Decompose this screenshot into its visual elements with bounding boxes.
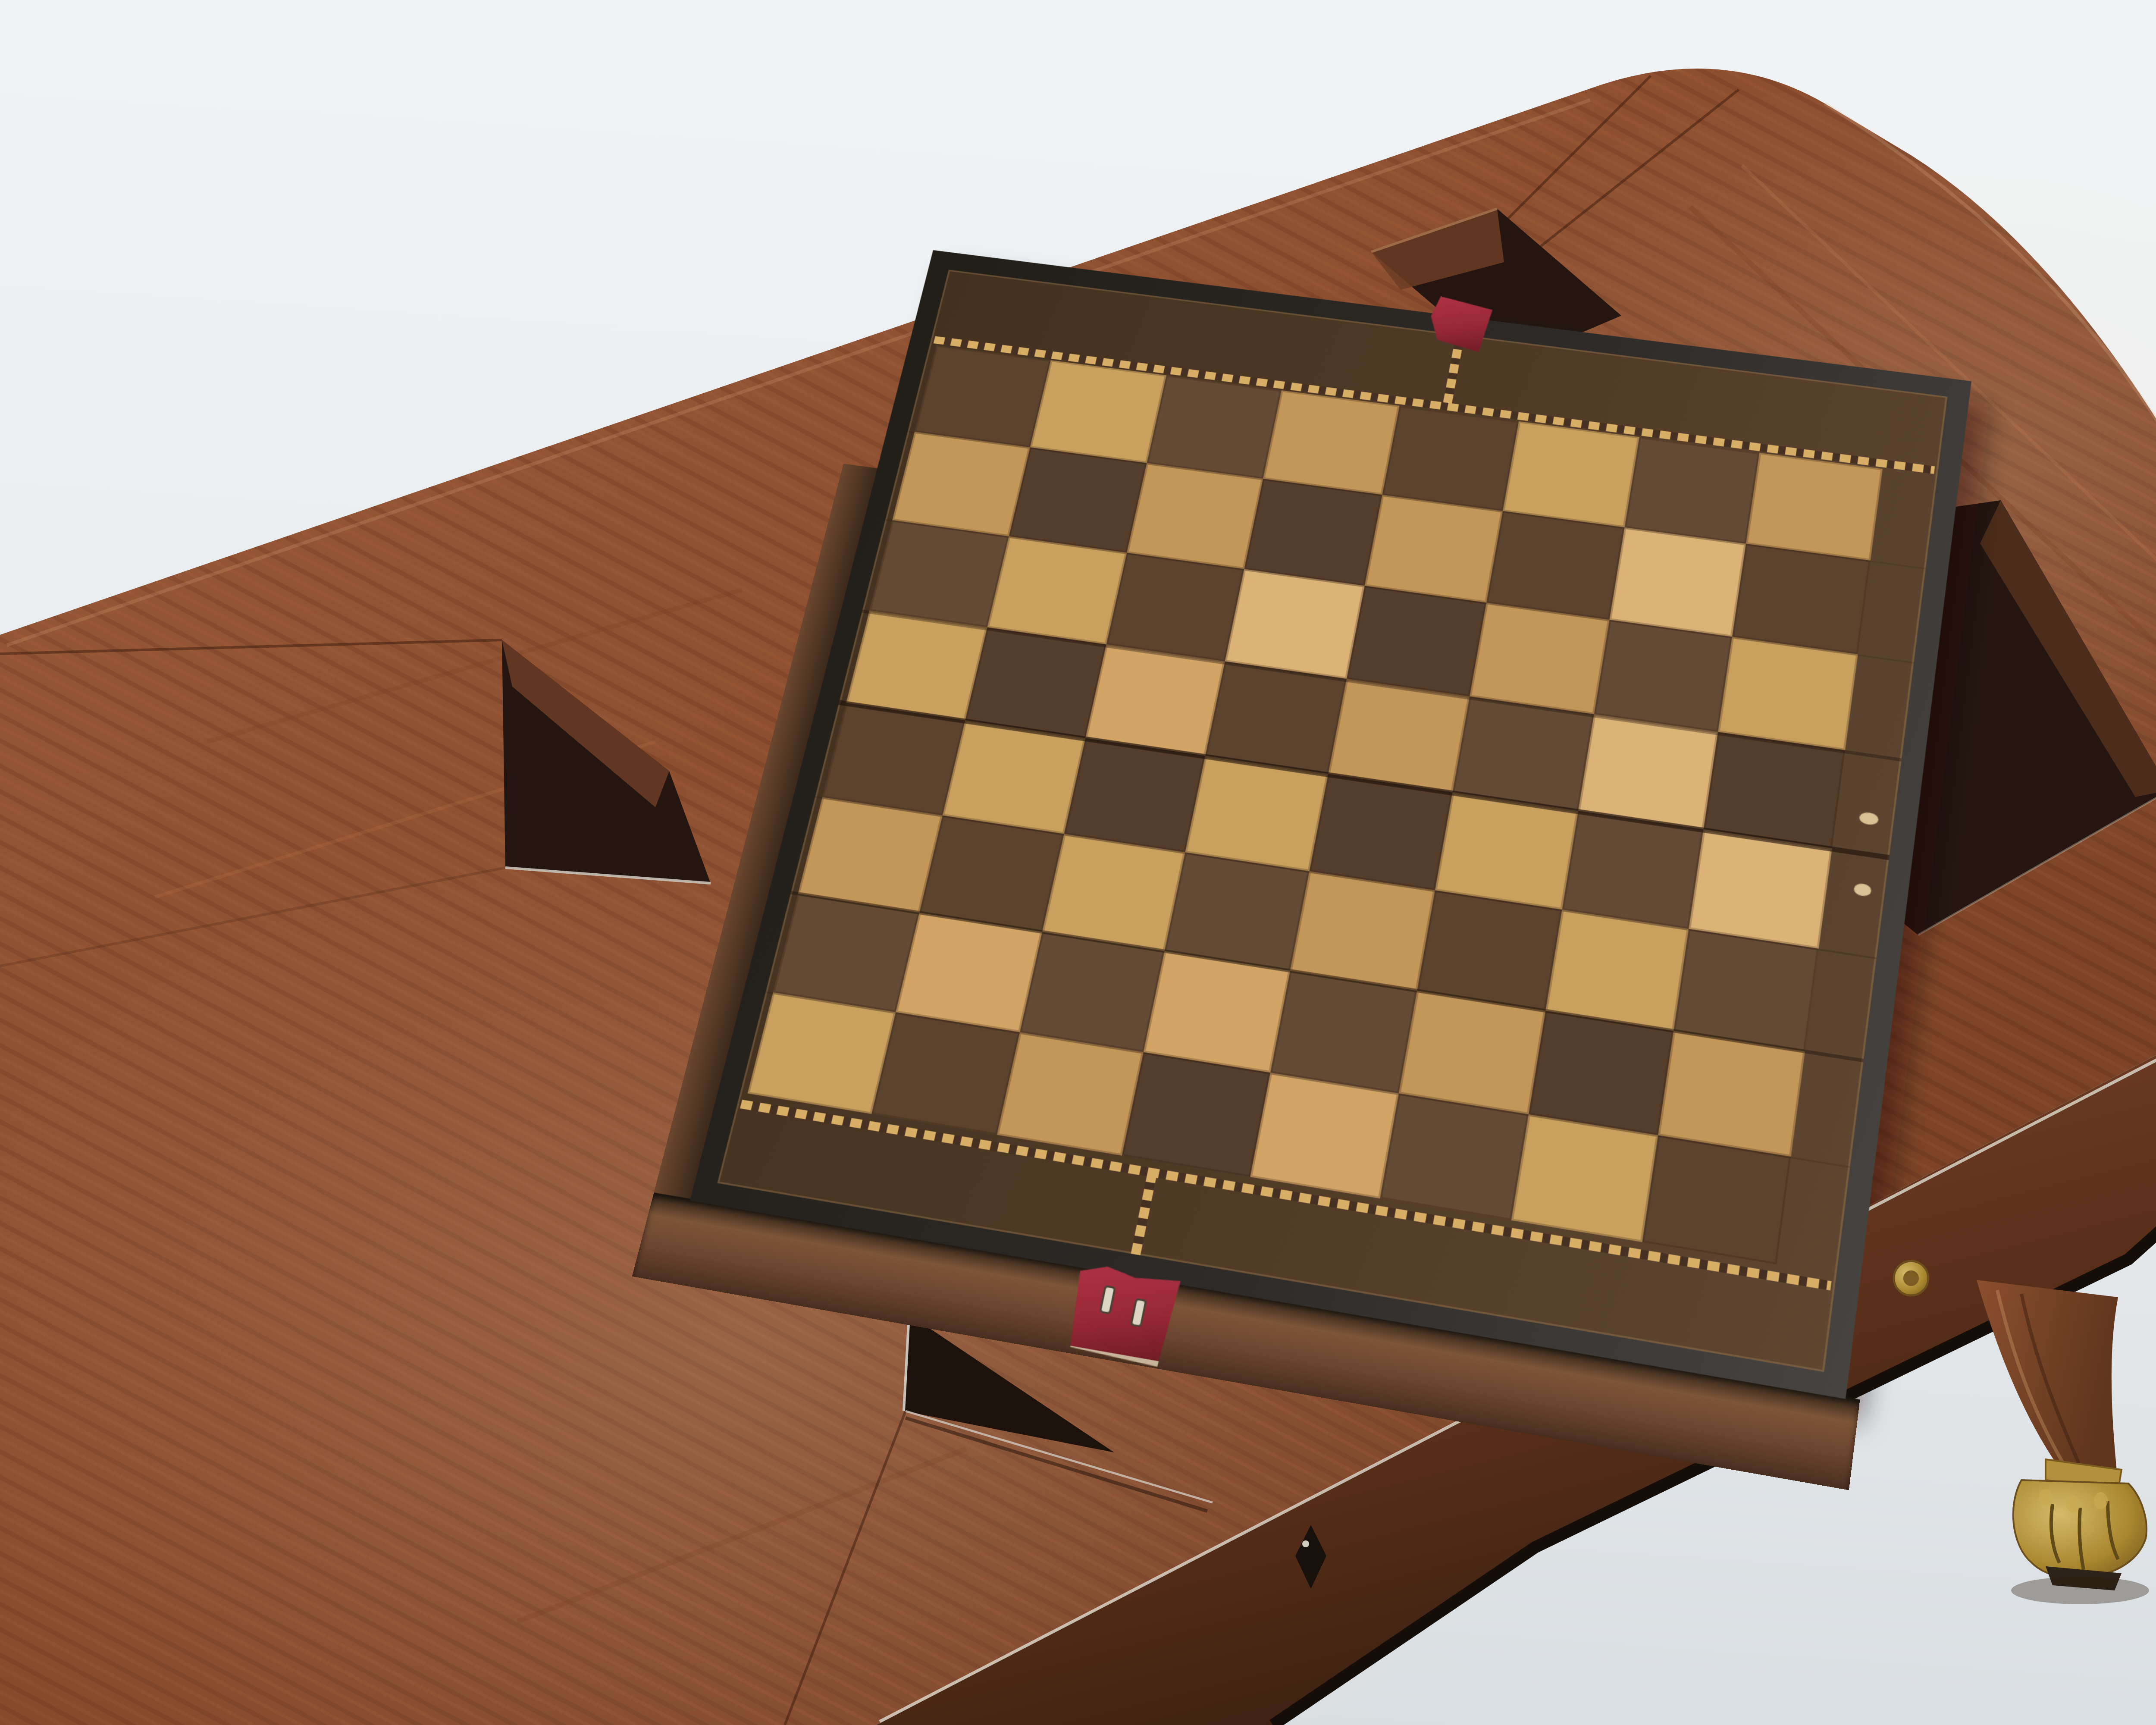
chess-square[interactable] bbox=[1718, 637, 1858, 750]
chess-square[interactable] bbox=[895, 913, 1041, 1032]
chess-square[interactable] bbox=[1270, 971, 1416, 1093]
chess-square[interactable] bbox=[1624, 437, 1760, 544]
brass-paw-foot bbox=[2011, 1480, 2149, 1604]
chess-square[interactable] bbox=[1365, 495, 1502, 602]
chess-square[interactable] bbox=[1608, 527, 1746, 637]
tab-staple bbox=[1099, 1285, 1116, 1314]
chess-square[interactable] bbox=[1106, 552, 1245, 661]
chess-square[interactable] bbox=[1398, 991, 1545, 1114]
chess-square[interactable] bbox=[1144, 951, 1290, 1073]
chess-square[interactable] bbox=[1122, 1052, 1270, 1177]
drawer-knob-small bbox=[1894, 1261, 1928, 1295]
chess-square[interactable] bbox=[1733, 544, 1871, 654]
chess-square[interactable] bbox=[1126, 463, 1263, 569]
chess-square[interactable] bbox=[1263, 390, 1399, 495]
chess-square[interactable] bbox=[1244, 479, 1382, 586]
chess-square[interactable] bbox=[1030, 360, 1166, 463]
chess-square[interactable] bbox=[1486, 511, 1623, 620]
chess-square[interactable] bbox=[892, 432, 1030, 536]
chess-square[interactable] bbox=[996, 1032, 1144, 1156]
chess-square[interactable] bbox=[915, 345, 1050, 448]
chess-square[interactable] bbox=[773, 894, 919, 1012]
chess-square[interactable] bbox=[1009, 447, 1146, 552]
chess-square[interactable] bbox=[1593, 620, 1733, 732]
chess-square[interactable] bbox=[871, 1012, 1019, 1135]
chess-square[interactable] bbox=[1746, 453, 1883, 561]
tab-staple bbox=[1130, 1298, 1147, 1328]
chess-square[interactable] bbox=[1502, 421, 1639, 527]
chess-square[interactable] bbox=[748, 992, 896, 1114]
chess-square[interactable] bbox=[1528, 1010, 1674, 1135]
chess-square[interactable] bbox=[1382, 406, 1519, 511]
chess-square[interactable] bbox=[1347, 586, 1486, 696]
chess-square[interactable] bbox=[1019, 932, 1165, 1052]
chess-square[interactable] bbox=[1469, 602, 1608, 714]
chess-square[interactable] bbox=[1225, 569, 1365, 679]
chess-square[interactable] bbox=[869, 520, 1008, 627]
chess-square[interactable] bbox=[1146, 375, 1282, 479]
photo-stage bbox=[0, 0, 2156, 1725]
chess-square[interactable] bbox=[987, 536, 1126, 644]
